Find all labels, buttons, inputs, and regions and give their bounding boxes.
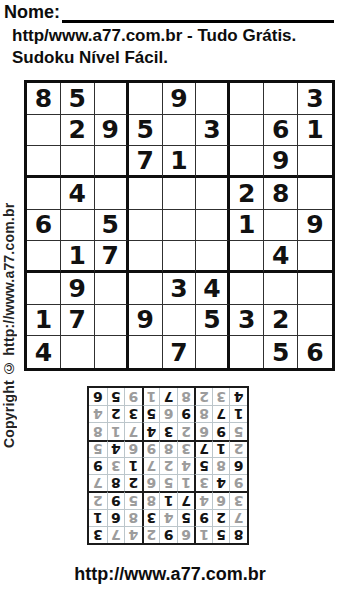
solution-cell-r2c1: 7 <box>229 509 247 526</box>
puzzle-cell-r8c5[interactable] <box>163 305 197 337</box>
puzzle-cell-r1c9: 3 <box>298 83 332 115</box>
solution-cell-r1c5: 9 <box>159 526 177 543</box>
solution-cell-r3c4: 7 <box>177 491 195 508</box>
puzzle-cell-r8c6: 5 <box>196 305 230 337</box>
puzzle-cell-r3c6[interactable] <box>196 146 230 178</box>
solution-cell-r7c6: 4 <box>142 422 160 439</box>
solution-cell-r4c7: 2 <box>124 474 142 491</box>
puzzle-cell-r6c9[interactable] <box>298 241 332 273</box>
solution-cell-r9c6: 1 <box>142 388 160 405</box>
solution-cell-r6c4: 3 <box>177 440 195 457</box>
solution-cell-r8c2: 7 <box>212 405 230 422</box>
puzzle-cell-r8c1: 1 <box>27 305 61 337</box>
puzzle-cell-r9c3[interactable] <box>95 336 129 368</box>
solution-cell-r8c6: 5 <box>142 405 160 422</box>
puzzle-cell-r2c9: 1 <box>298 115 332 147</box>
solution-cell-r5c8: 3 <box>107 457 125 474</box>
puzzle-cell-r6c7[interactable] <box>230 241 264 273</box>
site-title: http/www.a77.com.br - Tudo Grátis. <box>12 26 296 46</box>
solution-cell-r4c9: 7 <box>89 474 107 491</box>
puzzle-cell-r4c2: 4 <box>61 178 95 210</box>
solution-cell-r5c6: 7 <box>142 457 160 474</box>
solution-cell-r1c9: 3 <box>89 526 107 543</box>
solution-cell-r7c2: 9 <box>212 422 230 439</box>
puzzle-cell-r2c7[interactable] <box>230 115 264 147</box>
solution-cell-r7c8: 1 <box>107 422 125 439</box>
solution-cell-r3c8: 9 <box>107 491 125 508</box>
puzzle-cell-r8c7: 3 <box>230 305 264 337</box>
puzzle-cell-r1c6[interactable] <box>196 83 230 115</box>
puzzle-cell-r5c3: 5 <box>95 210 129 242</box>
solution-cell-r3c5: 1 <box>159 491 177 508</box>
puzzle-cell-r7c8[interactable] <box>264 273 298 305</box>
sudoku-puzzle-grid: 859329536171942865191749341795324756 <box>24 80 335 371</box>
puzzle-cell-r9c2[interactable] <box>61 336 95 368</box>
puzzle-cell-r2c6: 3 <box>196 115 230 147</box>
puzzle-cell-r7c6: 4 <box>196 273 230 305</box>
solution-cell-r6c9: 5 <box>89 440 107 457</box>
puzzle-cell-r5c5[interactable] <box>163 210 197 242</box>
puzzle-cell-r2c5[interactable] <box>163 115 197 147</box>
solution-cell-r6c8: 4 <box>107 440 125 457</box>
solution-cell-r4c2: 4 <box>212 474 230 491</box>
solution-cell-r5c5: 2 <box>159 457 177 474</box>
name-row: Nome: <box>4 2 334 23</box>
puzzle-cell-r5c7: 1 <box>230 210 264 242</box>
solution-cell-r8c8: 2 <box>107 405 125 422</box>
puzzle-cell-r3c8: 9 <box>264 146 298 178</box>
solution-cell-r2c3: 9 <box>194 509 212 526</box>
solution-cell-r3c6: 8 <box>142 491 160 508</box>
solution-cell-r6c6: 9 <box>142 440 160 457</box>
puzzle-cell-r3c3[interactable] <box>95 146 129 178</box>
solution-cell-r7c7: 7 <box>124 422 142 439</box>
puzzle-cell-r7c1[interactable] <box>27 273 61 305</box>
puzzle-cell-r2c1[interactable] <box>27 115 61 147</box>
solution-cell-r5c2: 8 <box>212 457 230 474</box>
puzzle-cell-r5c2[interactable] <box>61 210 95 242</box>
puzzle-cell-r1c8[interactable] <box>264 83 298 115</box>
puzzle-cell-r3c4: 7 <box>129 146 163 178</box>
puzzle-cell-r7c4[interactable] <box>129 273 163 305</box>
solution-cell-r7c9: 8 <box>89 422 107 439</box>
puzzle-cell-r9c1: 4 <box>27 336 61 368</box>
puzzle-cell-r1c1: 8 <box>27 83 61 115</box>
puzzle-cell-r5c1: 6 <box>27 210 61 242</box>
puzzle-cell-r5c4[interactable] <box>129 210 163 242</box>
puzzle-cell-r3c2[interactable] <box>61 146 95 178</box>
footer-url: http://www.a77.com.br <box>0 564 340 585</box>
solution-cell-r1c2: 5 <box>212 526 230 543</box>
puzzle-cell-r4c6[interactable] <box>196 178 230 210</box>
solution-cell-r2c4: 5 <box>177 509 195 526</box>
sudoku-worksheet-page: Nome: http/www.a77.com.br - Tudo Grátis.… <box>0 0 340 596</box>
puzzle-cell-r1c2: 5 <box>61 83 95 115</box>
puzzle-cell-r1c7[interactable] <box>230 83 264 115</box>
difficulty-title: Sudoku Nível Fácil. <box>12 48 168 68</box>
puzzle-cell-r6c1[interactable] <box>27 241 61 273</box>
solution-cell-r5c3: 5 <box>194 457 212 474</box>
puzzle-cell-r4c7: 2 <box>230 178 264 210</box>
solution-cell-r8c4: 9 <box>177 405 195 422</box>
puzzle-cell-r1c4[interactable] <box>129 83 163 115</box>
solution-cell-r7c3: 6 <box>194 422 212 439</box>
puzzle-cell-r7c2: 9 <box>61 273 95 305</box>
puzzle-cell-r7c7[interactable] <box>230 273 264 305</box>
puzzle-cell-r9c7[interactable] <box>230 336 264 368</box>
puzzle-cell-r1c3[interactable] <box>95 83 129 115</box>
puzzle-cell-r4c4[interactable] <box>129 178 163 210</box>
solution-cell-r2c8: 6 <box>107 509 125 526</box>
solution-cell-r2c5: 4 <box>159 509 177 526</box>
puzzle-cell-r5c6[interactable] <box>196 210 230 242</box>
solution-cell-r8c5: 6 <box>159 405 177 422</box>
solution-cell-r3c9: 2 <box>89 491 107 508</box>
solution-cell-r1c1: 8 <box>229 526 247 543</box>
puzzle-cell-r4c1[interactable] <box>27 178 61 210</box>
puzzle-cell-r4c5[interactable] <box>163 178 197 210</box>
solution-cell-r4c4: 1 <box>177 474 195 491</box>
puzzle-cell-r4c3[interactable] <box>95 178 129 210</box>
solution-cell-r6c7: 6 <box>124 440 142 457</box>
puzzle-cell-r5c9: 9 <box>298 210 332 242</box>
solution-cell-r9c1: 4 <box>229 388 247 405</box>
solution-cell-r1c4: 6 <box>177 526 195 543</box>
puzzle-cell-r3c5: 1 <box>163 146 197 178</box>
sudoku-solution-grid-rotated: 8516924737295438613647185929431562876854… <box>87 386 249 545</box>
solution-cell-r4c3: 3 <box>194 474 212 491</box>
puzzle-cell-r8c3[interactable] <box>95 305 129 337</box>
solution-cell-r5c9: 9 <box>89 457 107 474</box>
name-label: Nome: <box>4 2 60 23</box>
solution-cell-r4c8: 8 <box>107 474 125 491</box>
puzzle-cell-r6c4[interactable] <box>129 241 163 273</box>
solution-cell-r2c9: 1 <box>89 509 107 526</box>
solution-cell-r4c6: 6 <box>142 474 160 491</box>
solution-cell-r9c9: 6 <box>89 388 107 405</box>
puzzle-cell-r3c9[interactable] <box>298 146 332 178</box>
puzzle-cell-r6c5[interactable] <box>163 241 197 273</box>
puzzle-cell-r8c8: 2 <box>264 305 298 337</box>
solution-cell-r2c6: 3 <box>142 509 160 526</box>
solution-cell-r6c2: 1 <box>212 440 230 457</box>
puzzle-cell-r9c5: 7 <box>163 336 197 368</box>
puzzle-cell-r6c2: 1 <box>61 241 95 273</box>
solution-cell-r8c1: 1 <box>229 405 247 422</box>
solution-cell-r8c3: 8 <box>194 405 212 422</box>
puzzle-cell-r7c9[interactable] <box>298 273 332 305</box>
vertical-copyright-text: Copyright © http://www.a77.com.br <box>1 136 17 448</box>
puzzle-cell-r3c1[interactable] <box>27 146 61 178</box>
puzzle-cell-r2c8: 6 <box>264 115 298 147</box>
puzzle-cell-r8c9[interactable] <box>298 305 332 337</box>
puzzle-cell-r9c4[interactable] <box>129 336 163 368</box>
solution-cell-r9c3: 2 <box>194 388 212 405</box>
solution-cell-r9c7: 9 <box>124 388 142 405</box>
solution-cell-r1c6: 2 <box>142 526 160 543</box>
puzzle-cell-r6c3: 7 <box>95 241 129 273</box>
solution-cell-r7c4: 2 <box>177 422 195 439</box>
puzzle-cell-r5c8[interactable] <box>264 210 298 242</box>
solution-cell-r5c7: 1 <box>124 457 142 474</box>
puzzle-cell-r8c2: 7 <box>61 305 95 337</box>
solution-cell-r7c5: 3 <box>159 422 177 439</box>
name-blank-line[interactable] <box>62 3 334 23</box>
solution-cell-r3c3: 4 <box>194 491 212 508</box>
solution-cell-r3c2: 6 <box>212 491 230 508</box>
puzzle-cell-r6c6[interactable] <box>196 241 230 273</box>
puzzle-cell-r8c4: 9 <box>129 305 163 337</box>
solution-cell-r9c8: 5 <box>107 388 125 405</box>
solution-cell-r8c7: 3 <box>124 405 142 422</box>
solution-cell-r1c7: 4 <box>124 526 142 543</box>
puzzle-cell-r7c5: 3 <box>163 273 197 305</box>
puzzle-cell-r7c3[interactable] <box>95 273 129 305</box>
solution-cell-r6c5: 8 <box>159 440 177 457</box>
solution-cell-r2c2: 2 <box>212 509 230 526</box>
puzzle-cell-r2c2: 2 <box>61 115 95 147</box>
puzzle-cell-r2c3: 9 <box>95 115 129 147</box>
solution-cell-r4c5: 5 <box>159 474 177 491</box>
solution-cell-r5c1: 6 <box>229 457 247 474</box>
solution-cell-r1c8: 7 <box>107 526 125 543</box>
solution-cell-r4c1: 9 <box>229 474 247 491</box>
solution-cell-r2c7: 8 <box>124 509 142 526</box>
solution-cell-r5c4: 4 <box>177 457 195 474</box>
puzzle-cell-r3c7[interactable] <box>230 146 264 178</box>
puzzle-cell-r2c4: 5 <box>129 115 163 147</box>
puzzle-cell-r9c8: 5 <box>264 336 298 368</box>
solution-cell-r3c1: 3 <box>229 491 247 508</box>
solution-cell-r9c4: 8 <box>177 388 195 405</box>
solution-cell-r6c1: 2 <box>229 440 247 457</box>
solution-cell-r8c9: 4 <box>89 405 107 422</box>
solution-cell-r9c2: 3 <box>212 388 230 405</box>
puzzle-cell-r9c6[interactable] <box>196 336 230 368</box>
solution-cell-r1c3: 1 <box>194 526 212 543</box>
puzzle-cell-r1c5: 9 <box>163 83 197 115</box>
solution-cell-r9c5: 7 <box>159 388 177 405</box>
solution-cell-r3c7: 5 <box>124 491 142 508</box>
solution-cell-r6c3: 7 <box>194 440 212 457</box>
solution-cell-r7c1: 5 <box>229 422 247 439</box>
puzzle-cell-r4c8: 8 <box>264 178 298 210</box>
puzzle-cell-r6c8: 4 <box>264 241 298 273</box>
puzzle-cell-r9c9: 6 <box>298 336 332 368</box>
puzzle-cell-r4c9[interactable] <box>298 178 332 210</box>
